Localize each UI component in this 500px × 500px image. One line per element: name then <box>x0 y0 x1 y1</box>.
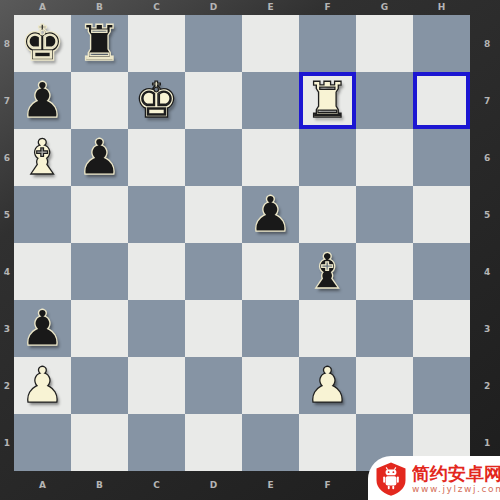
rank-label-8: 8 <box>470 15 500 72</box>
square-c7[interactable]: ♚ <box>128 72 185 129</box>
square-g7[interactable] <box>356 72 413 129</box>
rank-labels-left: 87654321 <box>0 15 14 471</box>
watermark-text: 简约安卓网 www.jylzwj.com <box>412 464 500 495</box>
square-e8[interactable] <box>242 15 299 72</box>
white-pawn[interactable]: ♟ <box>21 361 65 410</box>
file-labels-top: ABCDEFGH <box>14 0 470 15</box>
black-pawn[interactable]: ♟ <box>78 133 122 182</box>
square-e4[interactable] <box>242 243 299 300</box>
square-c1[interactable] <box>128 414 185 471</box>
square-d1[interactable] <box>185 414 242 471</box>
white-pawn[interactable]: ♟ <box>306 361 350 410</box>
rank-label-7: 7 <box>470 72 500 129</box>
square-c8[interactable] <box>128 15 185 72</box>
square-d2[interactable] <box>185 357 242 414</box>
square-g4[interactable] <box>356 243 413 300</box>
square-b7[interactable] <box>71 72 128 129</box>
rank-label-7: 7 <box>0 72 14 129</box>
file-label-d: D <box>185 0 242 15</box>
file-label-b: B <box>71 471 128 500</box>
board-grid: ♚♜♟♚♜♝♟♟♝♟♟♟ <box>14 15 470 471</box>
black-rook[interactable]: ♜ <box>78 19 122 68</box>
square-c5[interactable] <box>128 186 185 243</box>
file-label-a: A <box>14 0 71 15</box>
white-rook[interactable]: ♜ <box>306 76 350 125</box>
square-a4[interactable] <box>14 243 71 300</box>
square-e2[interactable] <box>242 357 299 414</box>
square-g5[interactable] <box>356 186 413 243</box>
rank-label-1: 1 <box>0 414 14 471</box>
square-f2[interactable]: ♟ <box>299 357 356 414</box>
square-f8[interactable] <box>299 15 356 72</box>
square-d4[interactable] <box>185 243 242 300</box>
square-h3[interactable] <box>413 300 470 357</box>
watermark-site-url: www.jylzwj.com <box>412 484 500 495</box>
rank-label-4: 4 <box>470 243 500 300</box>
file-label-c: C <box>128 0 185 15</box>
square-f7[interactable]: ♜ <box>299 72 356 129</box>
square-e3[interactable] <box>242 300 299 357</box>
square-c3[interactable] <box>128 300 185 357</box>
square-h8[interactable] <box>413 15 470 72</box>
black-king[interactable]: ♚ <box>21 19 65 68</box>
square-f6[interactable] <box>299 129 356 186</box>
square-d8[interactable] <box>185 15 242 72</box>
square-h5[interactable] <box>413 186 470 243</box>
rank-label-8: 8 <box>0 15 14 72</box>
square-e1[interactable] <box>242 414 299 471</box>
white-bishop[interactable]: ♝ <box>21 133 65 182</box>
square-b6[interactable]: ♟ <box>71 129 128 186</box>
square-a7[interactable]: ♟ <box>14 72 71 129</box>
square-d5[interactable] <box>185 186 242 243</box>
watermark-site-name: 简约安卓网 <box>412 464 500 484</box>
file-label-f: F <box>299 0 356 15</box>
rank-label-3: 3 <box>470 300 500 357</box>
square-f4[interactable]: ♝ <box>299 243 356 300</box>
square-g8[interactable] <box>356 15 413 72</box>
square-e5[interactable]: ♟ <box>242 186 299 243</box>
chess-board-frame: ABCDEFGH ABCDEFGH 87654321 87654321 ♚♜♟♚… <box>0 0 500 500</box>
black-bishop[interactable]: ♝ <box>306 247 350 296</box>
square-g2[interactable] <box>356 357 413 414</box>
square-b1[interactable] <box>71 414 128 471</box>
square-b8[interactable]: ♜ <box>71 15 128 72</box>
square-a3[interactable]: ♟ <box>14 300 71 357</box>
square-d3[interactable] <box>185 300 242 357</box>
square-c4[interactable] <box>128 243 185 300</box>
file-label-b: B <box>71 0 128 15</box>
rank-label-2: 2 <box>0 357 14 414</box>
square-h7[interactable] <box>413 72 470 129</box>
rank-label-5: 5 <box>470 186 500 243</box>
square-d6[interactable] <box>185 129 242 186</box>
square-a2[interactable]: ♟ <box>14 357 71 414</box>
square-g6[interactable] <box>356 129 413 186</box>
square-b2[interactable] <box>71 357 128 414</box>
square-h2[interactable] <box>413 357 470 414</box>
rank-labels-right: 87654321 <box>470 15 500 471</box>
file-label-g: G <box>356 0 413 15</box>
rank-label-5: 5 <box>0 186 14 243</box>
file-label-e: E <box>242 0 299 15</box>
square-h4[interactable] <box>413 243 470 300</box>
android-shield-icon <box>373 461 409 497</box>
square-b3[interactable] <box>71 300 128 357</box>
black-pawn[interactable]: ♟ <box>249 190 293 239</box>
square-a8[interactable]: ♚ <box>14 15 71 72</box>
square-a1[interactable] <box>14 414 71 471</box>
rank-label-3: 3 <box>0 300 14 357</box>
black-pawn[interactable]: ♟ <box>21 304 65 353</box>
rank-label-2: 2 <box>470 357 500 414</box>
file-label-a: A <box>14 471 71 500</box>
rank-label-6: 6 <box>470 129 500 186</box>
square-a5[interactable] <box>14 186 71 243</box>
file-label-h: H <box>413 0 470 15</box>
square-c2[interactable] <box>128 357 185 414</box>
square-g3[interactable] <box>356 300 413 357</box>
square-e6[interactable] <box>242 129 299 186</box>
square-f1[interactable] <box>299 414 356 471</box>
square-f3[interactable] <box>299 300 356 357</box>
white-king[interactable]: ♚ <box>135 76 179 125</box>
file-label-d: D <box>185 471 242 500</box>
file-label-c: C <box>128 471 185 500</box>
square-c6[interactable] <box>128 129 185 186</box>
square-e7[interactable] <box>242 72 299 129</box>
black-pawn[interactable]: ♟ <box>21 76 65 125</box>
rank-label-6: 6 <box>0 129 14 186</box>
rank-label-4: 4 <box>0 243 14 300</box>
square-b4[interactable] <box>71 243 128 300</box>
file-label-e: E <box>242 471 299 500</box>
square-d7[interactable] <box>185 72 242 129</box>
watermark-badge: 简约安卓网 www.jylzwj.com <box>368 456 500 500</box>
square-f5[interactable] <box>299 186 356 243</box>
square-h6[interactable] <box>413 129 470 186</box>
square-b5[interactable] <box>71 186 128 243</box>
square-a6[interactable]: ♝ <box>14 129 71 186</box>
file-label-f: F <box>299 471 356 500</box>
